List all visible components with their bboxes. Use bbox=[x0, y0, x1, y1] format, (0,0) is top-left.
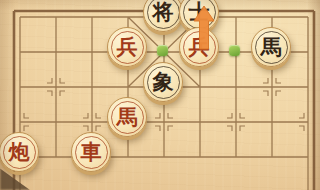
piece-glyph: 車 bbox=[81, 141, 102, 162]
piece-glyph: 馬 bbox=[117, 106, 138, 127]
move-target-dot[interactable] bbox=[229, 45, 240, 56]
piece-red-cannon[interactable]: 炮 bbox=[0, 132, 39, 172]
piece-black-horse[interactable]: 馬 bbox=[251, 27, 291, 67]
piece-glyph: 士 bbox=[189, 1, 210, 22]
piece-red-soldier-attacking[interactable]: 兵 bbox=[179, 27, 219, 67]
piece-black-elephant[interactable]: 象 bbox=[143, 62, 183, 102]
xiangqi-board: 将士兵兵馬象馬炮車 bbox=[0, 0, 320, 190]
piece-glyph: 炮 bbox=[9, 141, 30, 162]
move-target-dot[interactable] bbox=[157, 45, 168, 56]
piece-red-soldier-left[interactable]: 兵 bbox=[107, 27, 147, 67]
piece-red-horse[interactable]: 馬 bbox=[107, 97, 147, 137]
piece-glyph: 兵 bbox=[117, 36, 138, 57]
piece-glyph: 将 bbox=[153, 1, 174, 22]
piece-glyph: 馬 bbox=[261, 36, 282, 57]
piece-glyph: 象 bbox=[153, 71, 174, 92]
piece-red-chariot[interactable]: 車 bbox=[71, 132, 111, 172]
piece-glyph: 兵 bbox=[189, 36, 210, 57]
